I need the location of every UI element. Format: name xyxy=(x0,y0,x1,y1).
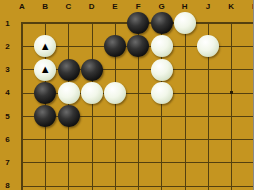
column-label-L: L xyxy=(248,1,254,12)
black-stone-C3[interactable] xyxy=(58,59,80,81)
column-label-B: B xyxy=(38,1,52,12)
white-stone-E4[interactable] xyxy=(104,82,126,104)
column-label-G: G xyxy=(155,1,169,12)
column-label-F: F xyxy=(131,1,145,12)
column-label-D: D xyxy=(85,1,99,12)
row-label-1: 1 xyxy=(1,18,14,29)
row-label-5: 5 xyxy=(1,111,14,122)
row-label-2: 2 xyxy=(1,41,14,52)
column-label-A: A xyxy=(15,1,29,12)
go-board: ABCDEFGHJKL 12345678 ▲▲ xyxy=(0,0,253,190)
white-stone-D4[interactable] xyxy=(81,82,103,104)
row-label-4: 4 xyxy=(1,87,14,98)
column-label-J: J xyxy=(201,1,215,12)
white-stone-G3[interactable] xyxy=(151,59,173,81)
triangle-marker-icon: ▲ xyxy=(40,41,51,52)
white-stone-B3[interactable]: ▲ xyxy=(34,59,56,81)
star-point-K4 xyxy=(230,91,233,94)
white-stone-H1[interactable] xyxy=(174,12,196,34)
black-stone-G1[interactable] xyxy=(151,12,173,34)
column-label-C: C xyxy=(62,1,76,12)
row-label-8: 8 xyxy=(1,180,14,190)
row-label-6: 6 xyxy=(1,134,14,145)
black-stone-B4[interactable] xyxy=(34,82,56,104)
black-stone-D3[interactable] xyxy=(81,59,103,81)
column-label-E: E xyxy=(108,1,122,12)
white-stone-C4[interactable] xyxy=(58,82,80,104)
row-label-7: 7 xyxy=(1,157,14,168)
white-stone-G2[interactable] xyxy=(151,35,173,57)
column-label-H: H xyxy=(178,1,192,12)
column-label-K: K xyxy=(224,1,238,12)
white-stone-G4[interactable] xyxy=(151,82,173,104)
triangle-marker-icon: ▲ xyxy=(40,64,51,75)
row-label-3: 3 xyxy=(1,64,14,75)
black-stone-C5[interactable] xyxy=(58,105,80,127)
